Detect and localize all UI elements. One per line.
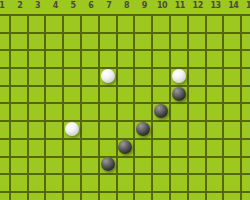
board-cell[interactable] <box>189 122 207 140</box>
board-cell[interactable] <box>64 104 82 122</box>
board-cell[interactable] <box>153 122 171 140</box>
board-cell[interactable] <box>242 87 250 105</box>
board-cell[interactable] <box>82 69 100 87</box>
board-cell[interactable] <box>100 193 118 200</box>
board-cell[interactable] <box>29 193 47 200</box>
board-cell[interactable] <box>64 69 82 87</box>
board-cell[interactable] <box>82 193 100 200</box>
board-cell[interactable] <box>242 140 250 158</box>
board-cell[interactable] <box>153 193 171 200</box>
board-cell[interactable] <box>11 158 29 176</box>
board-cell[interactable] <box>11 122 29 140</box>
board-cell[interactable] <box>100 51 118 69</box>
board-cell[interactable] <box>171 104 189 122</box>
board-cell[interactable] <box>100 175 118 193</box>
board-cell[interactable] <box>118 16 136 34</box>
board-cell[interactable] <box>189 51 207 69</box>
board-cell[interactable] <box>224 69 242 87</box>
board-cell[interactable] <box>11 16 29 34</box>
black-stone <box>118 140 132 154</box>
board-cell[interactable] <box>64 193 82 200</box>
board-cell[interactable] <box>207 34 225 52</box>
board-cell[interactable] <box>171 158 189 176</box>
board-cell[interactable] <box>224 51 242 69</box>
black-stone <box>172 87 186 101</box>
board-cell[interactable] <box>0 122 11 140</box>
board-cell[interactable] <box>153 87 171 105</box>
board-cell[interactable] <box>82 51 100 69</box>
board-cell[interactable] <box>11 87 29 105</box>
board-cell[interactable] <box>118 158 136 176</box>
board-cell[interactable] <box>0 158 11 176</box>
board-cell[interactable] <box>82 16 100 34</box>
board-cell[interactable] <box>118 51 136 69</box>
board-cell[interactable] <box>0 16 11 34</box>
board-cell[interactable] <box>242 158 250 176</box>
board-cell[interactable] <box>46 34 64 52</box>
board-cell[interactable] <box>224 87 242 105</box>
board-cell[interactable] <box>100 122 118 140</box>
board-cell[interactable] <box>171 193 189 200</box>
board-cell[interactable] <box>29 69 47 87</box>
board-cell[interactable] <box>64 16 82 34</box>
board-cell[interactable] <box>29 104 47 122</box>
board-cell[interactable] <box>82 140 100 158</box>
board-cell[interactable] <box>64 175 82 193</box>
board-cell[interactable] <box>11 140 29 158</box>
board-cell[interactable] <box>46 104 64 122</box>
board-cell[interactable] <box>207 122 225 140</box>
board-cell[interactable] <box>11 34 29 52</box>
board-cell[interactable] <box>224 140 242 158</box>
board-cell[interactable] <box>46 122 64 140</box>
column-label: 12 <box>189 0 207 14</box>
board-cell[interactable] <box>100 87 118 105</box>
board-cell[interactable] <box>82 34 100 52</box>
board-cell[interactable] <box>153 34 171 52</box>
board-cell[interactable] <box>135 104 153 122</box>
board-cell[interactable] <box>189 158 207 176</box>
board-cell[interactable] <box>100 140 118 158</box>
board-cell[interactable] <box>0 140 11 158</box>
board-cell[interactable] <box>29 87 47 105</box>
board-cell[interactable] <box>100 34 118 52</box>
board-cell[interactable] <box>82 158 100 176</box>
board-cell[interactable] <box>207 175 225 193</box>
column-label: 1 <box>0 0 11 14</box>
board-cell[interactable] <box>118 122 136 140</box>
board-cell[interactable] <box>171 16 189 34</box>
board-cell[interactable] <box>242 122 250 140</box>
board-cell[interactable] <box>189 16 207 34</box>
column-label: 11 <box>171 0 189 14</box>
board-cell[interactable] <box>189 193 207 200</box>
board-cell[interactable] <box>29 175 47 193</box>
board-cell[interactable] <box>135 158 153 176</box>
board-cell[interactable] <box>46 51 64 69</box>
board-cell[interactable] <box>11 193 29 200</box>
board-grid <box>0 14 250 200</box>
column-label: 15 <box>242 0 250 14</box>
board-cell[interactable] <box>46 87 64 105</box>
board-cell[interactable] <box>242 193 250 200</box>
board-cell[interactable] <box>29 16 47 34</box>
board-cell[interactable] <box>207 69 225 87</box>
board-cell[interactable] <box>189 140 207 158</box>
board-cell[interactable] <box>100 104 118 122</box>
board-cell[interactable] <box>224 158 242 176</box>
board-cell[interactable] <box>189 69 207 87</box>
board-cell[interactable] <box>242 16 250 34</box>
board-cell[interactable] <box>118 175 136 193</box>
board-cell[interactable] <box>171 140 189 158</box>
board-cell[interactable] <box>207 104 225 122</box>
black-stone <box>136 122 150 136</box>
board-cell[interactable] <box>207 51 225 69</box>
board-cell[interactable] <box>29 122 47 140</box>
board-cell[interactable] <box>153 69 171 87</box>
column-label: 3 <box>29 0 47 14</box>
board-cell[interactable] <box>29 34 47 52</box>
board-cell[interactable] <box>0 69 11 87</box>
board-cell[interactable] <box>0 193 11 200</box>
column-label: 5 <box>64 0 82 14</box>
column-label: 6 <box>82 0 100 14</box>
board-cell[interactable] <box>46 158 64 176</box>
white-stone <box>65 122 79 136</box>
board-cell[interactable] <box>224 16 242 34</box>
board-cell[interactable] <box>82 175 100 193</box>
board-cell[interactable] <box>118 193 136 200</box>
board-cell[interactable] <box>11 104 29 122</box>
white-stone <box>101 69 115 83</box>
board-cell[interactable] <box>0 51 11 69</box>
board-cell[interactable] <box>100 16 118 34</box>
board-cell[interactable] <box>46 69 64 87</box>
board-cell[interactable] <box>64 51 82 69</box>
column-label: 13 <box>207 0 225 14</box>
board-cell[interactable] <box>153 158 171 176</box>
board-cell[interactable] <box>207 193 225 200</box>
board-cell[interactable] <box>189 34 207 52</box>
column-label: 2 <box>11 0 29 14</box>
board-cell[interactable] <box>207 16 225 34</box>
column-label: 8 <box>118 0 136 14</box>
board-cell[interactable] <box>0 34 11 52</box>
board-cell[interactable] <box>11 69 29 87</box>
board-cell[interactable] <box>46 140 64 158</box>
board-cell[interactable] <box>46 175 64 193</box>
board-cell[interactable] <box>189 175 207 193</box>
board-cell[interactable] <box>153 175 171 193</box>
board-cell[interactable] <box>189 104 207 122</box>
board-cell[interactable] <box>46 16 64 34</box>
board-cell[interactable] <box>242 69 250 87</box>
board-cell[interactable] <box>153 16 171 34</box>
board-cell[interactable] <box>135 140 153 158</box>
gomoku-board-screen: 123456789101112131415 <box>0 0 250 200</box>
board-cell[interactable] <box>224 175 242 193</box>
board-cell[interactable] <box>11 51 29 69</box>
board-cell[interactable] <box>224 104 242 122</box>
board-cell[interactable] <box>207 87 225 105</box>
board-cell[interactable] <box>29 158 47 176</box>
board-cell[interactable] <box>189 87 207 105</box>
board-cell[interactable] <box>118 104 136 122</box>
board-cell[interactable] <box>171 175 189 193</box>
board-cell[interactable] <box>224 34 242 52</box>
board-cell[interactable] <box>135 34 153 52</box>
board-cell[interactable] <box>135 193 153 200</box>
column-label: 14 <box>224 0 242 14</box>
column-label: 9 <box>135 0 153 14</box>
board-cell[interactable] <box>135 69 153 87</box>
board-cell[interactable] <box>135 16 153 34</box>
board-cell[interactable] <box>118 34 136 52</box>
board-cell[interactable] <box>135 175 153 193</box>
black-stone <box>154 104 168 118</box>
board-cell[interactable] <box>135 87 153 105</box>
board-cell[interactable] <box>171 51 189 69</box>
board-cell[interactable] <box>207 140 225 158</box>
board-cell[interactable] <box>118 87 136 105</box>
board-cell[interactable] <box>82 122 100 140</box>
board-cell[interactable] <box>207 158 225 176</box>
board-cell[interactable] <box>46 193 64 200</box>
board-cell[interactable] <box>135 51 153 69</box>
black-stone <box>101 157 115 171</box>
board-cell[interactable] <box>171 34 189 52</box>
board-cell[interactable] <box>64 87 82 105</box>
board-cell[interactable] <box>242 51 250 69</box>
board-cell[interactable] <box>82 87 100 105</box>
board-cell[interactable] <box>171 122 189 140</box>
column-label: 4 <box>46 0 64 14</box>
board-cell[interactable] <box>64 158 82 176</box>
board-cell[interactable] <box>29 51 47 69</box>
board-cell[interactable] <box>224 193 242 200</box>
column-label: 7 <box>100 0 118 14</box>
board-cell[interactable] <box>64 34 82 52</box>
board-cell[interactable] <box>153 140 171 158</box>
board-cell[interactable] <box>29 140 47 158</box>
board-cell[interactable] <box>0 104 11 122</box>
board-cell[interactable] <box>11 175 29 193</box>
board-cell[interactable] <box>0 175 11 193</box>
board-cell[interactable] <box>224 122 242 140</box>
board-cell[interactable] <box>153 51 171 69</box>
board-cell[interactable] <box>242 34 250 52</box>
board-cell[interactable] <box>242 175 250 193</box>
board-cell[interactable] <box>64 140 82 158</box>
column-label: 10 <box>153 0 171 14</box>
white-stone <box>172 69 186 83</box>
column-labels: 123456789101112131415 <box>0 0 250 14</box>
board-cell[interactable] <box>82 104 100 122</box>
board-cell[interactable] <box>242 104 250 122</box>
board-cell[interactable] <box>0 87 11 105</box>
board-cell[interactable] <box>118 69 136 87</box>
